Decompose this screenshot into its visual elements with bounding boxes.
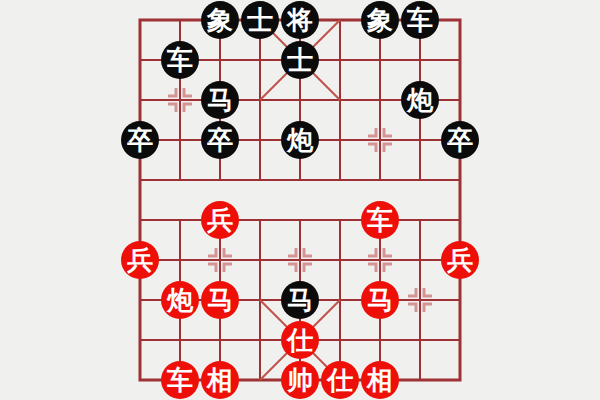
piece-red-soldier[interactable]: 兵: [441, 241, 479, 279]
piece-red-soldier[interactable]: 兵: [121, 241, 159, 279]
piece-black-soldier[interactable]: 卒: [121, 121, 159, 159]
piece-red-advisor[interactable]: 仕: [281, 321, 319, 359]
piece-red-advisor[interactable]: 仕: [321, 361, 359, 399]
piece-black-horse[interactable]: 马: [281, 281, 319, 319]
piece-red-general[interactable]: 帅: [281, 361, 319, 399]
piece-red-elephant[interactable]: 相: [201, 361, 239, 399]
piece-black-chariot[interactable]: 车: [161, 41, 199, 79]
piece-black-general[interactable]: 将: [281, 1, 319, 39]
piece-black-soldier[interactable]: 卒: [441, 121, 479, 159]
piece-black-elephant[interactable]: 象: [361, 1, 399, 39]
piece-red-cannon[interactable]: 炮: [161, 281, 199, 319]
piece-red-elephant[interactable]: 相: [361, 361, 399, 399]
piece-black-advisor[interactable]: 士: [241, 1, 279, 39]
piece-black-horse[interactable]: 马: [201, 81, 239, 119]
piece-red-chariot[interactable]: 车: [161, 361, 199, 399]
piece-red-horse[interactable]: 马: [201, 281, 239, 319]
xiangqi-board: 象士将象车车士马炮卒卒炮卒马兵车兵兵炮马马仕车相帅仕相: [0, 0, 600, 400]
pieces-layer: 象士将象车车士马炮卒卒炮卒马兵车兵兵炮马马仕车相帅仕相: [0, 0, 600, 400]
piece-black-chariot[interactable]: 车: [401, 1, 439, 39]
piece-red-horse[interactable]: 马: [361, 281, 399, 319]
piece-black-cannon[interactable]: 炮: [281, 121, 319, 159]
piece-black-soldier[interactable]: 卒: [201, 121, 239, 159]
piece-black-advisor[interactable]: 士: [281, 41, 319, 79]
piece-black-elephant[interactable]: 象: [201, 1, 239, 39]
piece-red-soldier[interactable]: 兵: [201, 201, 239, 239]
piece-red-chariot[interactable]: 车: [361, 201, 399, 239]
piece-black-cannon[interactable]: 炮: [401, 81, 439, 119]
